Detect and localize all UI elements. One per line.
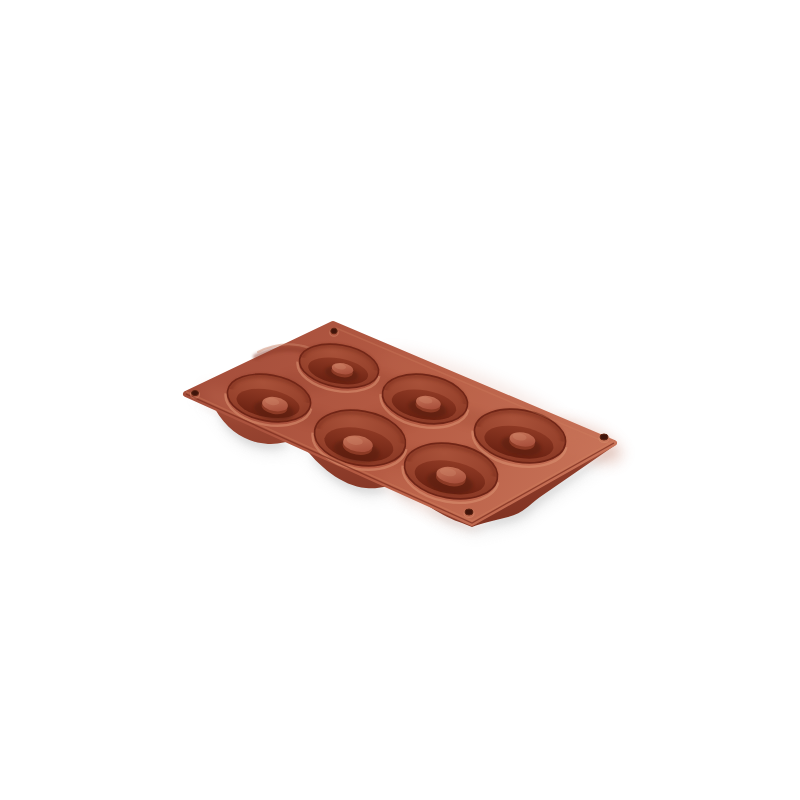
corner-hole-left (192, 390, 199, 395)
corner-hole-right (600, 434, 608, 440)
page: { "scene": { "description": "Product pho… (0, 0, 800, 800)
corner-hole-top (331, 328, 337, 334)
mold-scene (0, 0, 800, 800)
corner-hole-bottom (465, 509, 473, 515)
product-photo-stage (0, 0, 800, 800)
